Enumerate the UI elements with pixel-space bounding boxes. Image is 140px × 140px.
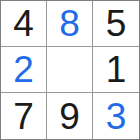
sudoku-board: 4 8 5 2 1 7 9 3 — [0, 0, 140, 140]
cell-r3c2[interactable]: 9 — [47, 93, 93, 139]
cell-r1c1[interactable]: 4 — [1, 1, 47, 47]
cell-r2c1[interactable]: 2 — [1, 47, 47, 93]
cell-r2c2[interactable] — [47, 47, 93, 93]
cell-r3c1[interactable]: 7 — [1, 93, 47, 139]
cell-r2c3[interactable]: 1 — [93, 47, 139, 93]
cell-r1c2[interactable]: 8 — [47, 1, 93, 47]
cell-r3c3[interactable]: 3 — [93, 93, 139, 139]
cell-r1c3[interactable]: 5 — [93, 1, 139, 47]
